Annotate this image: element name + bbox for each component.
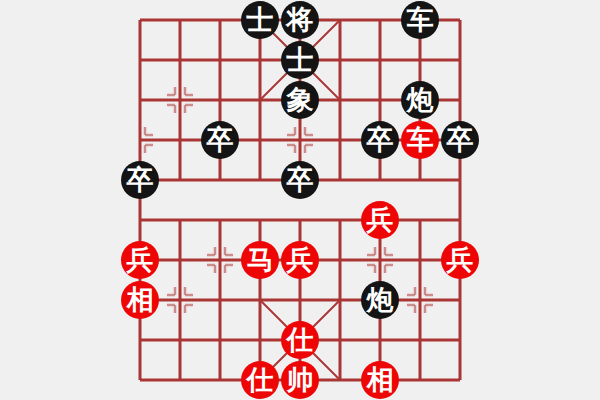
piece-red-elephant[interactable]: 相	[121, 281, 159, 319]
piece-black-pawn[interactable]: 卒	[361, 121, 399, 159]
piece-black-pawn[interactable]: 卒	[121, 161, 159, 199]
piece-red-advisor[interactable]: 仕	[281, 321, 319, 359]
piece-black-elephant[interactable]: 象	[281, 81, 319, 119]
piece-black-advisor[interactable]: 士	[241, 1, 279, 39]
piece-red-pawn[interactable]: 兵	[361, 201, 399, 239]
piece-red-general[interactable]: 帅	[281, 361, 319, 399]
piece-black-chariot[interactable]: 车	[401, 1, 439, 39]
piece-black-pawn[interactable]: 卒	[281, 161, 319, 199]
piece-black-advisor[interactable]: 士	[281, 41, 319, 79]
xiangqi-piece-grid: 士将车士象炮卒卒车卒卒卒兵兵马兵兵相炮仕仕帅相	[120, 0, 480, 400]
piece-black-pawn[interactable]: 卒	[441, 121, 479, 159]
piece-red-pawn[interactable]: 兵	[281, 241, 319, 279]
piece-black-cannon[interactable]: 炮	[401, 81, 439, 119]
piece-red-pawn[interactable]: 兵	[121, 241, 159, 279]
piece-black-cannon[interactable]: 炮	[361, 281, 399, 319]
piece-black-pawn[interactable]: 卒	[201, 121, 239, 159]
xiangqi-screenshot: 士将车士象炮卒卒车卒卒卒兵兵马兵兵相炮仕仕帅相	[0, 0, 600, 400]
piece-black-general[interactable]: 将	[281, 1, 319, 39]
piece-red-advisor[interactable]: 仕	[241, 361, 279, 399]
piece-red-horse[interactable]: 马	[241, 241, 279, 279]
piece-red-pawn[interactable]: 兵	[441, 241, 479, 279]
piece-red-chariot[interactable]: 车	[401, 121, 439, 159]
piece-red-elephant[interactable]: 相	[361, 361, 399, 399]
